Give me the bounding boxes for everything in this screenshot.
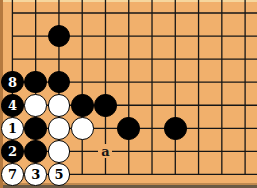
point-marker-a[interactable]: a [98, 144, 112, 158]
board-point: 1 [1, 117, 24, 140]
board-point: 5 [47, 163, 70, 186]
black-stone[interactable] [24, 71, 47, 94]
white-stone[interactable] [71, 117, 94, 140]
board-point [164, 117, 187, 140]
white-stone[interactable] [24, 94, 47, 117]
board-point [24, 71, 47, 94]
move-number-label: 2 [8, 145, 17, 158]
white-stone[interactable]: 1 [1, 117, 24, 140]
board-point [47, 25, 70, 48]
move-number-label: 1 [8, 122, 17, 135]
board-point: 3 [24, 163, 47, 186]
black-stone[interactable]: 8 [1, 71, 24, 94]
black-stone[interactable] [48, 25, 71, 48]
black-stone[interactable] [164, 117, 187, 140]
go-intersections-grid: 8412735a [1, 2, 257, 186]
white-stone[interactable]: 7 [1, 163, 24, 186]
move-number-label: 8 [8, 76, 17, 89]
black-stone[interactable] [71, 94, 94, 117]
board-point [24, 140, 47, 163]
move-number-label: 4 [8, 99, 17, 112]
board-point [71, 94, 94, 117]
board-point: a [94, 140, 117, 163]
black-stone[interactable]: 2 [1, 140, 24, 163]
white-stone[interactable] [48, 117, 71, 140]
white-stone[interactable] [48, 140, 71, 163]
board-point: 7 [1, 163, 24, 186]
board-point [117, 117, 140, 140]
move-number-label: 5 [54, 168, 63, 181]
move-number-label: 3 [31, 168, 40, 181]
black-stone[interactable] [94, 94, 117, 117]
board-point: 8 [1, 71, 24, 94]
board-point: 2 [1, 140, 24, 163]
black-stone[interactable] [24, 117, 47, 140]
move-number-label: 7 [8, 168, 17, 181]
white-stone[interactable]: 5 [48, 163, 71, 186]
board-point: 4 [1, 94, 24, 117]
board-point [47, 94, 70, 117]
board-point [47, 117, 70, 140]
black-stone[interactable] [24, 140, 47, 163]
black-stone[interactable] [48, 71, 71, 94]
white-stone[interactable]: 3 [24, 163, 47, 186]
black-stone[interactable]: 4 [1, 94, 24, 117]
white-stone[interactable] [48, 94, 71, 117]
board-point [24, 117, 47, 140]
board-point [94, 94, 117, 117]
board-point [47, 71, 70, 94]
board-point [24, 94, 47, 117]
black-stone[interactable] [117, 117, 140, 140]
board-point [71, 117, 94, 140]
go-board-diagram: 8412735a [0, 0, 257, 188]
board-point [47, 140, 70, 163]
